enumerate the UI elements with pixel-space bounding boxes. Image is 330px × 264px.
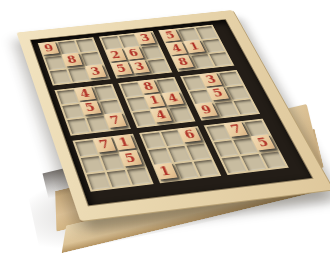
cell-r3c6[interactable] xyxy=(148,59,170,73)
cell-r8c3[interactable]: 5 xyxy=(120,152,143,169)
tile-8-r3c7[interactable]: 8 xyxy=(172,55,194,69)
tile-8-r2c2[interactable]: 8 xyxy=(61,53,82,67)
tile-5-r3c4[interactable]: 5 xyxy=(111,61,132,75)
box-2-1: 457 xyxy=(54,83,130,136)
tile-2-r2c4[interactable]: 2 xyxy=(105,48,126,62)
tile-5-r1c7[interactable]: 5 xyxy=(160,29,181,42)
tile-1-r9c4[interactable]: 1 xyxy=(153,163,177,180)
cell-r1c3[interactable] xyxy=(76,39,97,52)
sudoku-grid: 98332653541845781443597156175 xyxy=(38,25,289,192)
cell-r6c1[interactable] xyxy=(67,119,89,135)
cell-r2c2[interactable]: 8 xyxy=(63,54,84,68)
box-1-1: 983 xyxy=(38,37,110,85)
cell-r5c6[interactable]: 4 xyxy=(164,92,187,107)
box-3-1: 715 xyxy=(73,134,154,192)
cell-r5c2[interactable]: 5 xyxy=(81,102,103,117)
cell-r6c6[interactable] xyxy=(170,107,193,122)
tile-4-r4c2[interactable]: 4 xyxy=(74,86,96,101)
box-1-3: 5418 xyxy=(159,25,235,72)
cell-r8c1[interactable] xyxy=(81,156,104,173)
cell-r9c3[interactable] xyxy=(127,168,151,185)
cell-r3c3[interactable]: 3 xyxy=(86,65,107,79)
cell-r9c1[interactable] xyxy=(87,173,110,190)
cell-r1c6[interactable]: 3 xyxy=(136,32,157,45)
cell-r1c1[interactable]: 9 xyxy=(40,43,60,57)
cell-r2c6[interactable] xyxy=(142,45,163,59)
tile-9-r6c7[interactable]: 9 xyxy=(195,102,218,117)
cell-r7c6[interactable]: 6 xyxy=(180,128,204,144)
cell-r3c1[interactable] xyxy=(50,69,71,83)
black-felt-mat: 98332653541845781443597156175 xyxy=(31,20,312,206)
tile-9-r1c1[interactable]: 9 xyxy=(39,41,59,54)
tile-5-r5c2[interactable]: 5 xyxy=(79,100,101,115)
cell-r4c3[interactable] xyxy=(94,85,116,100)
cell-r6c3[interactable]: 7 xyxy=(106,114,128,129)
product-photo-wooden-sudoku: 123456789 98332653541845781443597156175 xyxy=(0,0,330,264)
